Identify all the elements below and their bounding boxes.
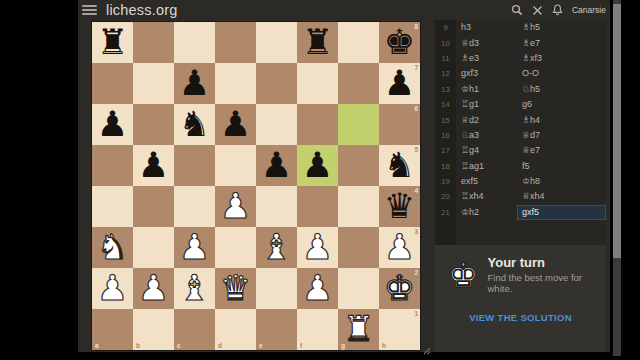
square-h2[interactable]: ♚2 <box>379 268 420 309</box>
square-g8[interactable] <box>338 22 379 63</box>
piece-black-pawn: ♟ <box>133 145 174 186</box>
rank-label-6: 6 <box>414 105 418 112</box>
rank-label-8: 8 <box>414 23 418 30</box>
menu-icon[interactable] <box>82 5 97 15</box>
piece-white-pawn: ♟ <box>297 227 338 268</box>
username[interactable]: Canarsie <box>572 5 606 15</box>
piece-black-rook: ♜ <box>297 22 338 63</box>
move-row-14: 14♖g1g6 <box>435 97 606 112</box>
square-c4[interactable] <box>174 186 215 227</box>
square-b8[interactable] <box>133 22 174 63</box>
move-black-14[interactable]: g6 <box>517 98 606 111</box>
square-d1[interactable]: d <box>215 309 256 350</box>
move-row-21: 21♔h2gxf5 <box>435 205 606 220</box>
move-black-10[interactable]: ♗e7 <box>517 37 606 50</box>
board-resize-handle[interactable] <box>422 341 431 359</box>
move-black-9[interactable]: ♗h5 <box>517 21 606 34</box>
move-row-15: 15♕d2♗h4 <box>435 112 606 127</box>
move-white-12[interactable]: gxf3 <box>456 67 517 80</box>
chess-board: ♜♜♚8♟♟7♟♞♟6♟♟♟♞5♟♛4♞♟♝♟♟3♟♟♝♛♟♚2abcdef♜g… <box>92 22 420 350</box>
square-b7[interactable] <box>133 63 174 104</box>
square-f1[interactable]: f <box>297 309 338 350</box>
square-h6[interactable]: 6 <box>379 104 420 145</box>
square-h7[interactable]: ♟7 <box>379 63 420 104</box>
piece-black-pawn: ♟ <box>297 145 338 186</box>
piece-black-pawn: ♟ <box>215 104 256 145</box>
move-white-21[interactable]: ♔h2 <box>456 206 517 219</box>
move-number: 11 <box>435 54 456 63</box>
square-b6[interactable] <box>133 104 174 145</box>
page-scrollbar[interactable] <box>613 0 621 356</box>
move-black-12[interactable]: O-O <box>517 67 606 80</box>
square-h4[interactable]: ♛4 <box>379 186 420 227</box>
square-d3[interactable] <box>215 227 256 268</box>
square-f3[interactable]: ♟ <box>297 227 338 268</box>
rank-label-2: 2 <box>414 269 418 276</box>
piece-white-pawn: ♟ <box>174 227 215 268</box>
file-label-d: d <box>218 342 222 349</box>
move-number: 18 <box>435 162 456 171</box>
close-icon[interactable] <box>532 5 543 16</box>
square-b5[interactable]: ♟ <box>133 145 174 186</box>
search-icon[interactable] <box>511 4 523 16</box>
move-black-18[interactable]: f5 <box>517 160 606 173</box>
move-black-19[interactable]: ♔h8 <box>517 175 606 188</box>
move-number: 10 <box>435 39 456 48</box>
square-e7[interactable] <box>256 63 297 104</box>
square-e8[interactable] <box>256 22 297 63</box>
move-black-21[interactable]: gxf5 <box>517 205 606 220</box>
square-c5[interactable] <box>174 145 215 186</box>
file-label-h: h <box>382 342 386 349</box>
move-number: 9 <box>435 23 456 32</box>
white-king-icon: ♚ <box>448 257 478 293</box>
move-white-18[interactable]: ♖ag1 <box>456 160 517 173</box>
move-row-16: 16♘a3♕d7 <box>435 128 606 143</box>
square-c2[interactable]: ♝ <box>174 268 215 309</box>
your-turn-title: Your turn <box>487 255 606 270</box>
square-e2[interactable] <box>256 268 297 309</box>
square-h1[interactable]: h1 <box>379 309 420 350</box>
move-white-11[interactable]: ♗e3 <box>456 52 517 65</box>
square-a2[interactable]: ♟ <box>92 268 133 309</box>
square-e3[interactable]: ♝ <box>256 227 297 268</box>
square-c8[interactable] <box>174 22 215 63</box>
square-c1[interactable]: c <box>174 309 215 350</box>
piece-white-pawn: ♟ <box>92 268 133 309</box>
move-black-13[interactable]: ♘h5 <box>517 83 606 96</box>
square-f8[interactable]: ♜ <box>297 22 338 63</box>
file-label-c: c <box>177 342 181 349</box>
move-white-15[interactable]: ♕d2 <box>456 114 517 127</box>
square-e6[interactable] <box>256 104 297 145</box>
piece-white-bishop: ♝ <box>174 268 215 309</box>
square-g5[interactable] <box>338 145 379 186</box>
lichess-app: lichess.org Canarsie ♜♜♚8♟♟7♟♞♟6♟♟♟♞5♟♛4… <box>78 0 610 352</box>
square-g3[interactable] <box>338 227 379 268</box>
square-a8[interactable]: ♜ <box>92 22 133 63</box>
piece-white-queen: ♛ <box>215 268 256 309</box>
square-d2[interactable]: ♛ <box>215 268 256 309</box>
square-b4[interactable] <box>133 186 174 227</box>
move-row-12: 12gxf3O-O <box>435 66 606 81</box>
file-label-e: e <box>259 342 263 349</box>
top-bar: lichess.org Canarsie <box>78 0 610 20</box>
move-row-13: 13♔h1♘h5 <box>435 82 606 97</box>
square-d5[interactable] <box>215 145 256 186</box>
square-g7[interactable] <box>338 63 379 104</box>
file-label-g: g <box>341 342 345 349</box>
piece-white-knight: ♞ <box>92 227 133 268</box>
square-e5[interactable]: ♟ <box>256 145 297 186</box>
square-c6[interactable]: ♞ <box>174 104 215 145</box>
square-f2[interactable]: ♟ <box>297 268 338 309</box>
rank-label-3: 3 <box>414 228 418 235</box>
rank-label-4: 4 <box>414 187 418 194</box>
square-h5[interactable]: ♞5 <box>379 145 420 186</box>
move-number: 17 <box>435 146 456 155</box>
square-b1[interactable]: b <box>133 309 174 350</box>
square-d8[interactable] <box>215 22 256 63</box>
square-a1[interactable]: a <box>92 309 133 350</box>
square-f7[interactable] <box>297 63 338 104</box>
file-label-a: a <box>95 342 99 349</box>
square-e1[interactable]: e <box>256 309 297 350</box>
square-g6[interactable] <box>338 104 379 145</box>
move-number: 16 <box>435 131 456 140</box>
move-white-9[interactable]: h3 <box>456 21 517 34</box>
move-number: 15 <box>435 116 456 125</box>
move-row-17: 17♖g4♕e7 <box>435 143 606 158</box>
square-c7[interactable]: ♟ <box>174 63 215 104</box>
square-c3[interactable]: ♟ <box>174 227 215 268</box>
move-number: 21 <box>435 208 456 217</box>
move-white-20[interactable]: ♖xh4 <box>456 190 517 203</box>
move-white-19[interactable]: exf5 <box>456 175 517 188</box>
move-white-16[interactable]: ♘a3 <box>456 129 517 142</box>
file-label-f: f <box>300 342 302 349</box>
square-e4[interactable] <box>256 186 297 227</box>
piece-white-pawn: ♟ <box>297 268 338 309</box>
square-f4[interactable] <box>297 186 338 227</box>
your-turn-subtitle: Find the best move for white. <box>487 272 606 294</box>
move-row-11: 11♗e3♗xf3 <box>435 51 606 66</box>
move-number: 12 <box>435 69 456 78</box>
piece-white-bishop: ♝ <box>256 227 297 268</box>
rank-label-5: 5 <box>414 146 418 153</box>
piece-black-pawn: ♟ <box>174 63 215 104</box>
move-row-20: 20♖xh4♕xh4 <box>435 189 606 204</box>
move-black-11[interactable]: ♗xf3 <box>517 52 606 65</box>
move-black-16[interactable]: ♕d7 <box>517 129 606 142</box>
square-g4[interactable] <box>338 186 379 227</box>
square-a7[interactable] <box>92 63 133 104</box>
view-solution-link[interactable]: VIEW THE SOLUTION <box>469 312 572 323</box>
move-number: 19 <box>435 177 456 186</box>
move-number: 14 <box>435 100 456 109</box>
square-d4[interactable]: ♟ <box>215 186 256 227</box>
square-f6[interactable] <box>297 104 338 145</box>
move-white-17[interactable]: ♖g4 <box>456 144 517 157</box>
square-b3[interactable] <box>133 227 174 268</box>
piece-black-pawn: ♟ <box>256 145 297 186</box>
move-black-15[interactable]: ♗h4 <box>517 114 606 127</box>
square-a5[interactable] <box>92 145 133 186</box>
piece-black-pawn: ♟ <box>92 104 133 145</box>
move-white-10[interactable]: ♕d3 <box>456 37 517 50</box>
rank-label-7: 7 <box>414 64 418 71</box>
scrollbar-thumb[interactable] <box>613 4 621 258</box>
square-h3[interactable]: ♟3 <box>379 227 420 268</box>
file-label-b: b <box>136 342 140 349</box>
square-d6[interactable]: ♟ <box>215 104 256 145</box>
move-white-14[interactable]: ♖g1 <box>456 98 517 111</box>
move-row-19: 19exf5♔h8 <box>435 174 606 189</box>
move-black-20[interactable]: ♕xh4 <box>517 190 606 203</box>
bell-icon[interactable] <box>552 4 563 16</box>
move-number: 13 <box>435 85 456 94</box>
site-logo[interactable]: lichess.org <box>106 0 178 20</box>
rank-label-1: 1 <box>414 310 418 317</box>
piece-black-knight: ♞ <box>174 104 215 145</box>
square-a6[interactable]: ♟ <box>92 104 133 145</box>
square-h8[interactable]: ♚8 <box>379 22 420 63</box>
piece-white-pawn: ♟ <box>133 268 174 309</box>
square-a4[interactable] <box>92 186 133 227</box>
puzzle-feedback-panel: ♚ Your turn Find the best move for white… <box>435 245 606 352</box>
square-g1[interactable]: ♜g <box>338 309 379 350</box>
move-row-9: 9h3♗h5 <box>435 20 606 35</box>
move-white-13[interactable]: ♔h1 <box>456 83 517 96</box>
square-g2[interactable] <box>338 268 379 309</box>
square-b2[interactable]: ♟ <box>133 268 174 309</box>
square-d7[interactable] <box>215 63 256 104</box>
square-f5[interactable]: ♟ <box>297 145 338 186</box>
square-a3[interactable]: ♞ <box>92 227 133 268</box>
move-list: 9h3♗h510♕d3♗e711♗e3♗xf312gxf3O-O13♔h1♘h5… <box>435 20 606 245</box>
move-row-18: 18♖ag1f5 <box>435 159 606 174</box>
move-number: 20 <box>435 192 456 201</box>
move-row-10: 10♕d3♗e7 <box>435 35 606 50</box>
move-rows: 9h3♗h510♕d3♗e711♗e3♗xf312gxf3O-O13♔h1♘h5… <box>435 20 606 220</box>
piece-white-pawn: ♟ <box>215 186 256 227</box>
piece-black-rook: ♜ <box>92 22 133 63</box>
move-black-17[interactable]: ♕e7 <box>517 144 606 157</box>
